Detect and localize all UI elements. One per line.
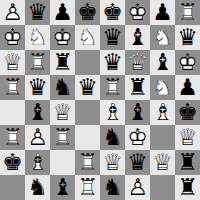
- square-a3[interactable]: ♖: [0, 125, 25, 150]
- white-bishop: ♗: [102, 100, 123, 125]
- square-b7[interactable]: ♘: [25, 25, 50, 50]
- square-d4[interactable]: [75, 100, 100, 125]
- black-king: ♚: [2, 150, 23, 175]
- white-knight: ♘: [152, 75, 173, 100]
- black-pawn: ♟: [177, 75, 198, 100]
- square-e4[interactable]: ♗: [100, 100, 125, 125]
- square-c4[interactable]: ♕: [50, 100, 75, 125]
- black-pawn: ♟: [152, 0, 173, 25]
- black-rook: ♜: [177, 150, 198, 175]
- white-queen: ♕: [127, 50, 148, 75]
- white-knight: ♘: [27, 25, 48, 50]
- black-knight: ♞: [102, 175, 123, 200]
- square-c7[interactable]: ♔: [50, 25, 75, 50]
- white-rook: ♖: [27, 50, 48, 75]
- black-queen: ♛: [27, 75, 48, 100]
- square-c6[interactable]: ♜: [50, 50, 75, 75]
- white-pawn: ♙: [2, 0, 23, 25]
- square-h5[interactable]: ♟: [175, 75, 200, 100]
- white-queen: ♕: [152, 150, 173, 175]
- black-bishop: ♝: [52, 175, 73, 200]
- square-h6[interactable]: ♔: [175, 50, 200, 75]
- black-queen: ♛: [102, 25, 123, 50]
- square-b3[interactable]: ♙: [25, 125, 50, 150]
- chess-board: ♙♛♟♚♚♔♟♖♔♘♔♘♛♝♘♛♕♖♜♛♕♝♔♖♛♞♛♖♜♘♟♝♕♗♝♗♚♖♙♖…: [0, 0, 200, 200]
- white-pawn: ♙: [27, 125, 48, 150]
- black-queen: ♛: [102, 50, 123, 75]
- black-king: ♚: [77, 0, 98, 25]
- square-e1[interactable]: ♞: [100, 175, 125, 200]
- black-king: ♚: [177, 100, 198, 125]
- square-f3[interactable]: ♔: [125, 125, 150, 150]
- white-rook: ♖: [2, 125, 23, 150]
- square-h4[interactable]: ♚: [175, 100, 200, 125]
- black-knight: ♞: [102, 125, 123, 150]
- white-knight: ♘: [77, 25, 98, 50]
- square-d5[interactable]: ♛: [75, 75, 100, 100]
- white-pawn: ♙: [127, 175, 148, 200]
- square-b4[interactable]: ♝: [25, 100, 50, 125]
- square-c8[interactable]: ♟: [50, 0, 75, 25]
- white-rook: ♖: [77, 150, 98, 175]
- square-h2[interactable]: ♜: [175, 150, 200, 175]
- white-queen: ♕: [102, 150, 123, 175]
- square-d7[interactable]: ♘: [75, 25, 100, 50]
- square-e7[interactable]: ♛: [100, 25, 125, 50]
- square-f6[interactable]: ♕: [125, 50, 150, 75]
- white-king: ♔: [52, 25, 73, 50]
- square-h3[interactable]: ♕: [175, 125, 200, 150]
- white-rook: ♖: [177, 0, 198, 25]
- square-g1[interactable]: [150, 175, 175, 200]
- square-b5[interactable]: ♛: [25, 75, 50, 100]
- square-f2[interactable]: ♛: [125, 150, 150, 175]
- square-a6[interactable]: ♕: [0, 50, 25, 75]
- square-f8[interactable]: ♔: [125, 0, 150, 25]
- square-b1[interactable]: ♞: [25, 175, 50, 200]
- square-a8[interactable]: ♙: [0, 0, 25, 25]
- black-rook: ♜: [177, 175, 198, 200]
- square-g8[interactable]: ♟: [150, 0, 175, 25]
- square-a5[interactable]: ♖: [0, 75, 25, 100]
- square-a2[interactable]: ♚: [0, 150, 25, 175]
- square-g6[interactable]: ♝: [150, 50, 175, 75]
- square-d8[interactable]: ♚: [75, 0, 100, 25]
- white-knight: ♘: [152, 25, 173, 50]
- square-g5[interactable]: ♘: [150, 75, 175, 100]
- square-c2[interactable]: [50, 150, 75, 175]
- square-f1[interactable]: ♙: [125, 175, 150, 200]
- square-e8[interactable]: ♚: [100, 0, 125, 25]
- square-a4[interactable]: [0, 100, 25, 125]
- square-a7[interactable]: ♔: [0, 25, 25, 50]
- white-rook: ♖: [102, 75, 123, 100]
- black-rook: ♜: [52, 50, 73, 75]
- black-bishop: ♝: [27, 100, 48, 125]
- square-d3[interactable]: [75, 125, 100, 150]
- square-a1[interactable]: [0, 175, 25, 200]
- square-e2[interactable]: ♕: [100, 150, 125, 175]
- square-g4[interactable]: ♗: [150, 100, 175, 125]
- square-d2[interactable]: ♖: [75, 150, 100, 175]
- square-g7[interactable]: ♘: [150, 25, 175, 50]
- square-e6[interactable]: ♛: [100, 50, 125, 75]
- white-rook: ♖: [2, 75, 23, 100]
- square-g3[interactable]: [150, 125, 175, 150]
- square-d1[interactable]: ♖: [75, 175, 100, 200]
- white-bishop: ♗: [152, 100, 173, 125]
- black-pawn: ♟: [52, 0, 73, 25]
- black-king: ♚: [102, 0, 123, 25]
- square-g2[interactable]: ♕: [150, 150, 175, 175]
- square-h1[interactable]: ♜: [175, 175, 200, 200]
- white-king: ♔: [177, 50, 198, 75]
- square-c1[interactable]: ♝: [50, 175, 75, 200]
- square-h8[interactable]: ♖: [175, 0, 200, 25]
- white-king: ♔: [127, 0, 148, 25]
- white-king: ♔: [2, 25, 23, 50]
- black-knight: ♞: [52, 75, 73, 100]
- black-queen: ♛: [177, 25, 198, 50]
- black-queen: ♛: [127, 150, 148, 175]
- square-h7[interactable]: ♛: [175, 25, 200, 50]
- square-f4[interactable]: ♝: [125, 100, 150, 125]
- white-rook: ♖: [52, 125, 73, 150]
- white-queen: ♕: [177, 125, 198, 150]
- white-king: ♔: [127, 125, 148, 150]
- black-knight: ♞: [27, 175, 48, 200]
- square-b2[interactable]: ♗: [25, 150, 50, 175]
- white-queen: ♕: [52, 100, 73, 125]
- white-rook: ♖: [77, 175, 98, 200]
- black-bishop: ♝: [152, 50, 173, 75]
- square-f7[interactable]: ♝: [125, 25, 150, 50]
- square-b8[interactable]: ♛: [25, 0, 50, 25]
- black-queen: ♛: [77, 75, 98, 100]
- white-queen: ♕: [2, 50, 23, 75]
- square-d6[interactable]: [75, 50, 100, 75]
- black-bishop: ♝: [127, 25, 148, 50]
- square-e5[interactable]: ♖: [100, 75, 125, 100]
- black-queen: ♛: [27, 0, 48, 25]
- black-rook: ♜: [127, 75, 148, 100]
- square-f5[interactable]: ♜: [125, 75, 150, 100]
- square-b6[interactable]: ♖: [25, 50, 50, 75]
- square-e3[interactable]: ♞: [100, 125, 125, 150]
- black-bishop: ♝: [127, 100, 148, 125]
- square-c5[interactable]: ♞: [50, 75, 75, 100]
- white-bishop: ♗: [27, 150, 48, 175]
- square-c3[interactable]: ♖: [50, 125, 75, 150]
